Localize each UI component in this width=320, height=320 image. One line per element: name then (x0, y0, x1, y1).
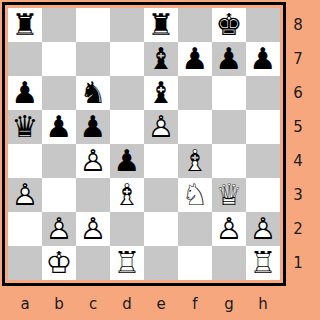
file-label-b: b (42, 293, 76, 315)
square-d6[interactable] (110, 76, 144, 110)
rank-label-7: 7 (288, 42, 308, 76)
square-g4[interactable] (212, 144, 246, 178)
square-b6[interactable] (42, 76, 76, 110)
square-c2[interactable]: ♟♙ (76, 212, 110, 246)
square-h6[interactable] (246, 76, 280, 110)
rank-label-1: 1 (288, 246, 308, 280)
square-g3[interactable]: ♛♕ (212, 178, 246, 212)
black-pawn-g7[interactable]: ♟ (212, 42, 246, 76)
file-label-d: d (110, 293, 144, 315)
black-pawn-d4[interactable]: ♟ (110, 144, 144, 178)
square-a8[interactable]: ♜ (8, 8, 42, 42)
page-background: ♜♜♚♝♟♟♟♟♞♝♛♟♟♟♙♟♙♟♝♗♟♙♝♗♞♘♛♕♟♙♟♙♟♙♟♙♚♔♜♖… (0, 0, 320, 320)
square-h8[interactable] (246, 8, 280, 42)
rank-label-6: 6 (288, 76, 308, 110)
white-bishop-d3[interactable]: ♝♗ (110, 178, 144, 212)
black-pawn-a6[interactable]: ♟ (8, 76, 42, 110)
rank-label-3: 3 (288, 178, 308, 212)
black-pawn-c5[interactable]: ♟ (76, 110, 110, 144)
square-d2[interactable] (110, 212, 144, 246)
square-f5[interactable] (178, 110, 212, 144)
square-b2[interactable]: ♟♙ (42, 212, 76, 246)
white-pawn-c2[interactable]: ♟♙ (76, 212, 110, 246)
square-h4[interactable] (246, 144, 280, 178)
rank-label-8: 8 (288, 8, 308, 42)
square-f6[interactable] (178, 76, 212, 110)
file-label-c: c (76, 293, 110, 315)
square-f3[interactable]: ♞♘ (178, 178, 212, 212)
square-b7[interactable] (42, 42, 76, 76)
square-b1[interactable]: ♚♔ (42, 246, 76, 280)
square-g6[interactable] (212, 76, 246, 110)
black-pawn-b5[interactable]: ♟ (42, 110, 76, 144)
square-d1[interactable]: ♜♖ (110, 246, 144, 280)
rank-labels: 87654321 (288, 8, 308, 280)
square-d5[interactable] (110, 110, 144, 144)
square-c5[interactable]: ♟ (76, 110, 110, 144)
square-e6[interactable]: ♝ (144, 76, 178, 110)
file-label-e: e (144, 293, 178, 315)
black-bishop-e7[interactable]: ♝ (144, 42, 178, 76)
square-f2[interactable] (178, 212, 212, 246)
black-rook-e8[interactable]: ♜ (144, 8, 178, 42)
square-b3[interactable] (42, 178, 76, 212)
square-d4[interactable]: ♟ (110, 144, 144, 178)
file-label-a: a (8, 293, 42, 315)
white-pawn-a3[interactable]: ♟♙ (8, 178, 42, 212)
square-a7[interactable] (8, 42, 42, 76)
square-c6[interactable]: ♞ (76, 76, 110, 110)
white-bishop-f4[interactable]: ♝♗ (178, 144, 212, 178)
square-h2[interactable]: ♟♙ (246, 212, 280, 246)
black-knight-c6[interactable]: ♞ (76, 76, 110, 110)
file-labels: abcdefgh (8, 293, 280, 315)
square-f1[interactable] (178, 246, 212, 280)
rank-label-4: 4 (288, 144, 308, 178)
black-king-g8[interactable]: ♚ (212, 8, 246, 42)
square-e8[interactable]: ♜ (144, 8, 178, 42)
square-c3[interactable] (76, 178, 110, 212)
white-rook-h1[interactable]: ♜♖ (246, 246, 280, 280)
square-e5[interactable]: ♟♙ (144, 110, 178, 144)
square-f4[interactable]: ♝♗ (178, 144, 212, 178)
square-h3[interactable] (246, 178, 280, 212)
square-e7[interactable]: ♝ (144, 42, 178, 76)
square-e3[interactable] (144, 178, 178, 212)
file-label-h: h (246, 293, 280, 315)
square-d8[interactable] (110, 8, 144, 42)
rank-label-5: 5 (288, 110, 308, 144)
file-label-g: g (212, 293, 246, 315)
rank-label-2: 2 (288, 212, 308, 246)
square-b4[interactable] (42, 144, 76, 178)
white-knight-f3[interactable]: ♞♘ (178, 178, 212, 212)
square-g7[interactable]: ♟ (212, 42, 246, 76)
square-a6[interactable]: ♟ (8, 76, 42, 110)
white-pawn-c4[interactable]: ♟♙ (76, 144, 110, 178)
white-pawn-h2[interactable]: ♟♙ (246, 212, 280, 246)
square-d7[interactable] (110, 42, 144, 76)
square-h1[interactable]: ♜♖ (246, 246, 280, 280)
square-b5[interactable]: ♟ (42, 110, 76, 144)
square-c4[interactable]: ♟♙ (76, 144, 110, 178)
white-pawn-g2[interactable]: ♟♙ (212, 212, 246, 246)
square-g8[interactable]: ♚ (212, 8, 246, 42)
square-a5[interactable]: ♛ (8, 110, 42, 144)
white-queen-g3[interactable]: ♛♕ (212, 178, 246, 212)
black-pawn-f7[interactable]: ♟ (178, 42, 212, 76)
square-a1[interactable] (8, 246, 42, 280)
black-bishop-e6[interactable]: ♝ (144, 76, 178, 110)
square-e1[interactable] (144, 246, 178, 280)
chess-board: ♜♜♚♝♟♟♟♟♞♝♛♟♟♟♙♟♙♟♝♗♟♙♝♗♞♘♛♕♟♙♟♙♟♙♟♙♚♔♜♖… (2, 2, 286, 286)
white-pawn-e5[interactable]: ♟♙ (144, 110, 178, 144)
square-c8[interactable] (76, 8, 110, 42)
white-pawn-b2[interactable]: ♟♙ (42, 212, 76, 246)
square-c7[interactable] (76, 42, 110, 76)
square-f8[interactable] (178, 8, 212, 42)
white-rook-d1[interactable]: ♜♖ (110, 246, 144, 280)
square-a3[interactable]: ♟♙ (8, 178, 42, 212)
square-g1[interactable] (212, 246, 246, 280)
file-label-f: f (178, 293, 212, 315)
square-a2[interactable] (8, 212, 42, 246)
square-d3[interactable]: ♝♗ (110, 178, 144, 212)
square-e4[interactable] (144, 144, 178, 178)
white-king-b1[interactable]: ♚♔ (42, 246, 76, 280)
square-g2[interactable]: ♟♙ (212, 212, 246, 246)
square-h5[interactable] (246, 110, 280, 144)
square-g5[interactable] (212, 110, 246, 144)
square-b8[interactable] (42, 8, 76, 42)
square-h7[interactable]: ♟ (246, 42, 280, 76)
square-f7[interactable]: ♟ (178, 42, 212, 76)
square-e2[interactable] (144, 212, 178, 246)
square-c1[interactable] (76, 246, 110, 280)
black-queen-a5[interactable]: ♛ (8, 110, 42, 144)
black-rook-a8[interactable]: ♜ (8, 8, 42, 42)
black-pawn-h7[interactable]: ♟ (246, 42, 280, 76)
square-a4[interactable] (8, 144, 42, 178)
